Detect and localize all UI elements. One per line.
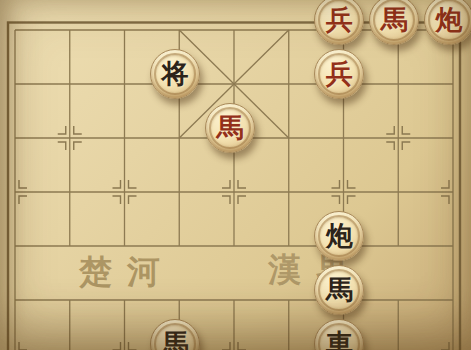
piece-glyph: 馬 — [326, 277, 353, 304]
piece-disc: 馬 — [369, 0, 419, 45]
piece-red-horse[interactable]: 馬 — [207, 111, 262, 165]
piece-black-horse[interactable]: 馬 — [152, 327, 207, 350]
piece-disc: 将 — [150, 49, 200, 99]
piece-disc: 兵 — [314, 49, 364, 99]
pieces-layer: 兵馬炮将兵馬炮馬馬車 — [0, 3, 471, 350]
piece-glyph: 炮 — [435, 7, 462, 34]
piece-glyph: 炮 — [326, 223, 353, 250]
piece-disc: 兵 — [314, 0, 364, 45]
piece-disc: 馬 — [205, 103, 255, 153]
piece-red-horse[interactable]: 馬 — [371, 3, 426, 57]
piece-disc: 炮 — [314, 211, 364, 261]
xiangqi-game-screen: 楚河 漢界 兵馬炮将兵馬炮馬馬車 — [0, 0, 471, 350]
piece-disc: 炮 — [424, 0, 471, 45]
piece-glyph: 車 — [326, 331, 353, 350]
piece-glyph: 馬 — [381, 7, 408, 34]
piece-glyph: 兵 — [326, 7, 353, 34]
piece-disc: 馬 — [150, 319, 200, 350]
piece-black-chariot[interactable]: 車 — [316, 327, 371, 350]
piece-glyph: 兵 — [326, 61, 353, 88]
piece-disc: 馬 — [314, 265, 364, 315]
piece-glyph: 馬 — [216, 115, 243, 142]
piece-red-cannon[interactable]: 炮 — [426, 3, 471, 57]
piece-black-general[interactable]: 将 — [152, 57, 207, 111]
piece-glyph: 馬 — [162, 331, 189, 350]
piece-red-soldier[interactable]: 兵 — [316, 57, 371, 111]
piece-glyph: 将 — [162, 61, 189, 88]
